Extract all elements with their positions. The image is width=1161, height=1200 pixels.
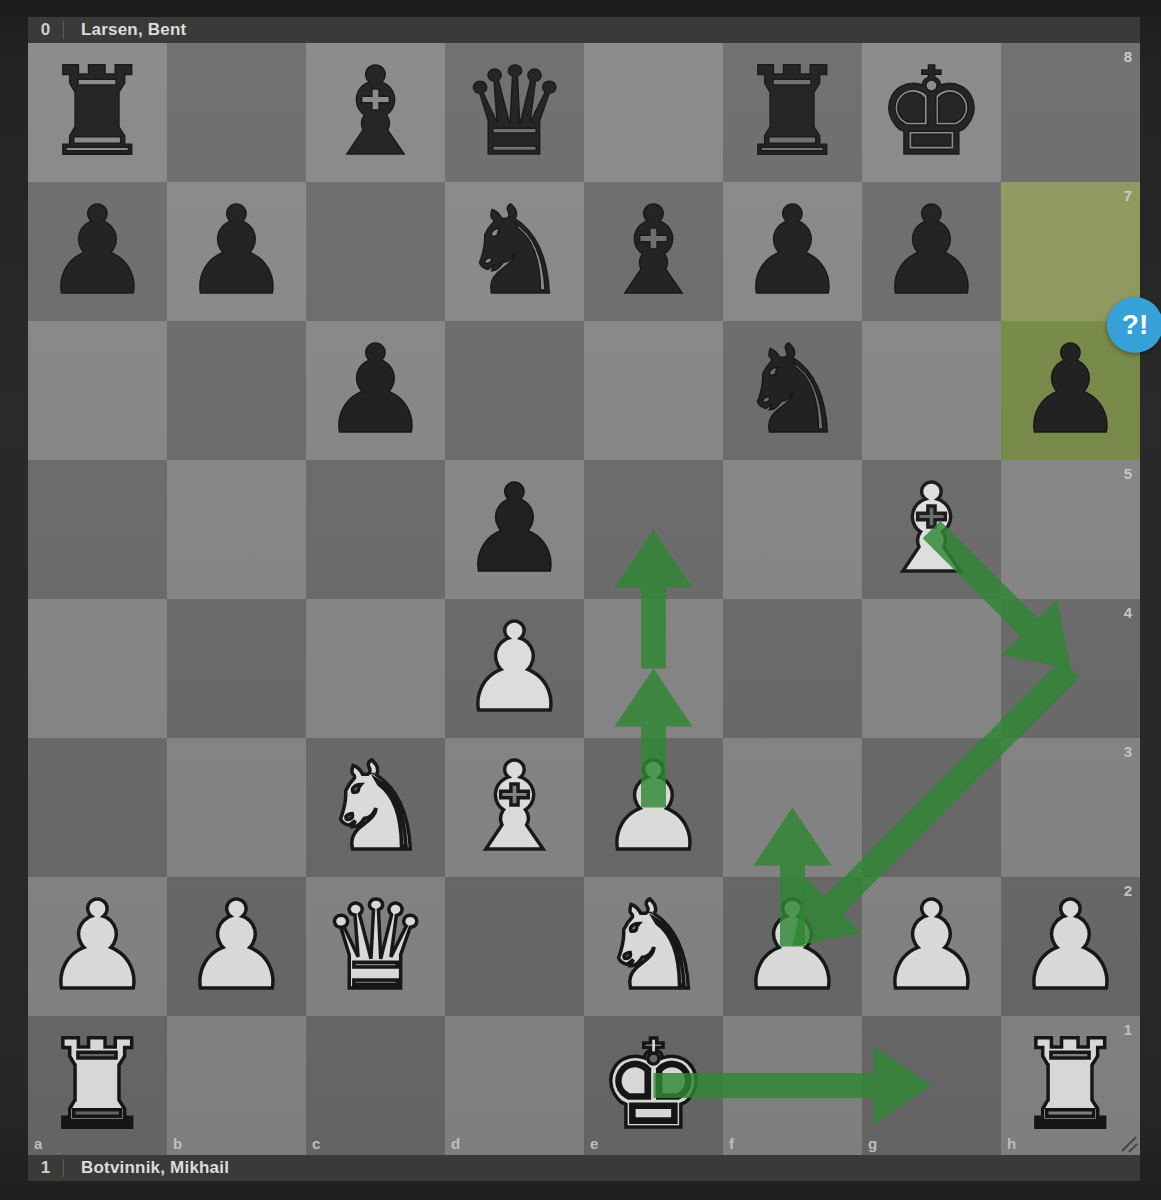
square-a8[interactable]: ♜ [28,43,167,182]
square-g4[interactable] [862,599,1001,738]
square-c7[interactable] [306,182,445,321]
file-label-d: d [451,1135,460,1152]
square-c5[interactable] [306,460,445,599]
bottom-player-score: 1 [28,1159,64,1177]
black-bishop[interactable]: ♝ [306,43,445,182]
square-e1[interactable]: ♚e [584,1016,723,1155]
square-h8[interactable]: 8 [1001,43,1140,182]
file-label-c: c [312,1135,320,1152]
square-g3[interactable] [862,738,1001,877]
top-player-name: Larsen, Bent [64,20,186,40]
square-a7[interactable]: ♟ [28,182,167,321]
square-d7[interactable]: ♞ [445,182,584,321]
square-h3[interactable]: 3 [1001,738,1140,877]
white-queen[interactable]: ♛ [306,877,445,1016]
white-bishop[interactable]: ♝ [862,460,1001,599]
square-d5[interactable]: ♟ [445,460,584,599]
square-g1[interactable]: g [862,1016,1001,1155]
square-e2[interactable]: ♞ [584,877,723,1016]
square-a6[interactable] [28,321,167,460]
black-pawn[interactable]: ♟ [28,182,167,321]
white-rook[interactable]: ♜ [28,1016,167,1155]
square-f5[interactable] [723,460,862,599]
rank-label-5: 5 [1124,465,1132,482]
square-c3[interactable]: ♞ [306,738,445,877]
square-d8[interactable]: ♛ [445,43,584,182]
square-b7[interactable]: ♟ [167,182,306,321]
move-annotation-badge: ?! [1107,297,1161,353]
square-h2[interactable]: ♟2 [1001,877,1140,1016]
white-knight[interactable]: ♞ [584,877,723,1016]
square-g6[interactable] [862,321,1001,460]
square-b2[interactable]: ♟ [167,877,306,1016]
square-d4[interactable]: ♟ [445,599,584,738]
square-a2[interactable]: ♟ [28,877,167,1016]
black-pawn[interactable]: ♟ [445,460,584,599]
square-c4[interactable] [306,599,445,738]
top-player-score: 0 [28,21,64,39]
rank-label-1: 1 [1124,1021,1132,1038]
file-label-a: a [34,1135,42,1152]
top-player-bar: 0 Larsen, Bent [28,17,1140,43]
square-b8[interactable] [167,43,306,182]
square-b5[interactable] [167,460,306,599]
chess-app-window: 0 Larsen, Bent ♜♝♛♜♚8♟♟♞♝♟♟7♟♞♟6♟♝5♟4♞♝♟… [0,0,1161,1200]
square-g2[interactable]: ♟ [862,877,1001,1016]
square-e7[interactable]: ♝ [584,182,723,321]
white-pawn[interactable]: ♟ [723,877,862,1016]
rank-label-3: 3 [1124,743,1132,760]
square-h7[interactable]: 7 [1001,182,1140,321]
black-rook[interactable]: ♜ [723,43,862,182]
square-d2[interactable] [445,877,584,1016]
square-a4[interactable] [28,599,167,738]
black-queen[interactable]: ♛ [445,43,584,182]
square-c8[interactable]: ♝ [306,43,445,182]
square-a1[interactable]: ♜a [28,1016,167,1155]
rank-label-4: 4 [1124,604,1132,621]
white-pawn[interactable]: ♟ [167,877,306,1016]
resize-grip-icon [1118,1133,1140,1155]
rank-label-2: 2 [1124,882,1132,899]
white-pawn[interactable]: ♟ [584,738,723,877]
black-knight[interactable]: ♞ [723,321,862,460]
square-c2[interactable]: ♛ [306,877,445,1016]
white-bishop[interactable]: ♝ [445,738,584,877]
chess-board[interactable]: ♜♝♛♜♚8♟♟♞♝♟♟7♟♞♟6♟♝5♟4♞♝♟3♟♟♛♞♟♟♟2♜abcd♚… [28,43,1140,1155]
square-e6[interactable] [584,321,723,460]
square-f2[interactable]: ♟ [723,877,862,1016]
white-pawn[interactable]: ♟ [1001,877,1140,1016]
square-f8[interactable]: ♜ [723,43,862,182]
rank-label-7: 7 [1124,187,1132,204]
rank-label-8: 8 [1124,48,1132,65]
black-king[interactable]: ♚ [862,43,1001,182]
square-c1[interactable]: c [306,1016,445,1155]
bottom-player-name: Botvinnik, Mikhail [64,1158,229,1178]
square-e4[interactable] [584,599,723,738]
square-e3[interactable]: ♟ [584,738,723,877]
white-pawn[interactable]: ♟ [28,877,167,1016]
square-b6[interactable] [167,321,306,460]
square-e5[interactable] [584,460,723,599]
square-h4[interactable]: 4 [1001,599,1140,738]
square-g5[interactable]: ♝ [862,460,1001,599]
black-rook[interactable]: ♜ [28,43,167,182]
black-pawn[interactable]: ♟ [306,321,445,460]
square-f7[interactable]: ♟ [723,182,862,321]
white-knight[interactable]: ♞ [306,738,445,877]
square-d1[interactable]: d [445,1016,584,1155]
white-king[interactable]: ♚ [584,1016,723,1155]
black-bishop[interactable]: ♝ [584,182,723,321]
square-g8[interactable]: ♚ [862,43,1001,182]
square-e8[interactable] [584,43,723,182]
board-resize-handle[interactable] [1118,1133,1140,1155]
file-label-e: e [590,1135,598,1152]
square-g7[interactable]: ♟ [862,182,1001,321]
file-label-b: b [173,1135,182,1152]
square-a3[interactable] [28,738,167,877]
black-knight[interactable]: ♞ [445,182,584,321]
square-f3[interactable] [723,738,862,877]
white-pawn[interactable]: ♟ [445,599,584,738]
bottom-player-bar: 1 Botvinnik, Mikhail [28,1155,1140,1181]
square-c6[interactable]: ♟ [306,321,445,460]
square-b4[interactable] [167,599,306,738]
black-pawn[interactable]: ♟ [723,182,862,321]
black-pawn[interactable]: ♟ [862,182,1001,321]
file-label-h: h [1007,1135,1016,1152]
square-h5[interactable]: 5 [1001,460,1140,599]
square-a5[interactable] [28,460,167,599]
square-f4[interactable] [723,599,862,738]
square-d6[interactable] [445,321,584,460]
file-label-f: f [729,1135,734,1152]
square-f1[interactable]: f [723,1016,862,1155]
move-annotation-symbol: ?! [1122,309,1148,341]
black-pawn[interactable]: ♟ [167,182,306,321]
square-b1[interactable]: b [167,1016,306,1155]
white-pawn[interactable]: ♟ [862,877,1001,1016]
square-b3[interactable] [167,738,306,877]
square-f6[interactable]: ♞ [723,321,862,460]
file-label-g: g [868,1135,877,1152]
square-d3[interactable]: ♝ [445,738,584,877]
